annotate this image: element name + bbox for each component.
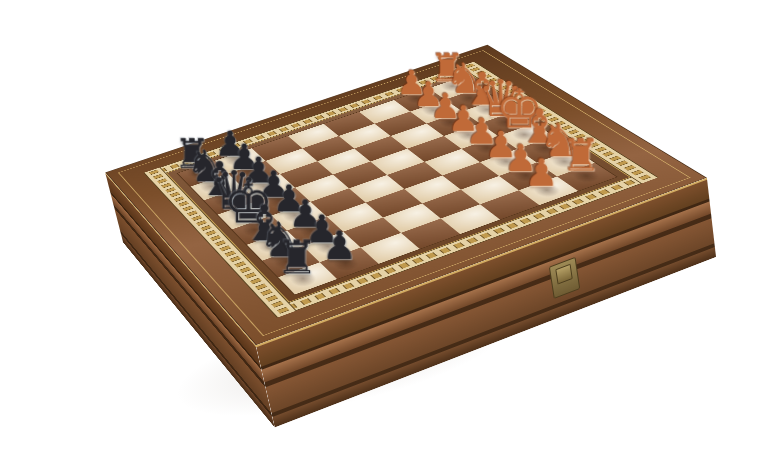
photo-stage: ♜♞♝♛♚♝♞♜♟♟♟♟♟♟♟♟♟♟♟♟♟♟♟♟♜♞♝♛♚♝♞♜ [0,0,760,450]
gunmetal-rook-h1[interactable]: ♜ [266,224,327,281]
copper-pawn-h7[interactable]: ♟ [512,144,571,192]
clasp-hook [555,264,572,285]
scene-3d: ♜♞♝♛♚♝♞♜♟♟♟♟♟♟♟♟♟♟♟♟♟♟♟♟♜♞♝♛♚♝♞♜ [0,0,760,450]
clasp-latch [549,257,580,299]
chess-box: ♜♞♝♛♚♝♞♜♟♟♟♟♟♟♟♟♟♟♟♟♟♟♟♟♜♞♝♛♚♝♞♜ [105,45,707,346]
